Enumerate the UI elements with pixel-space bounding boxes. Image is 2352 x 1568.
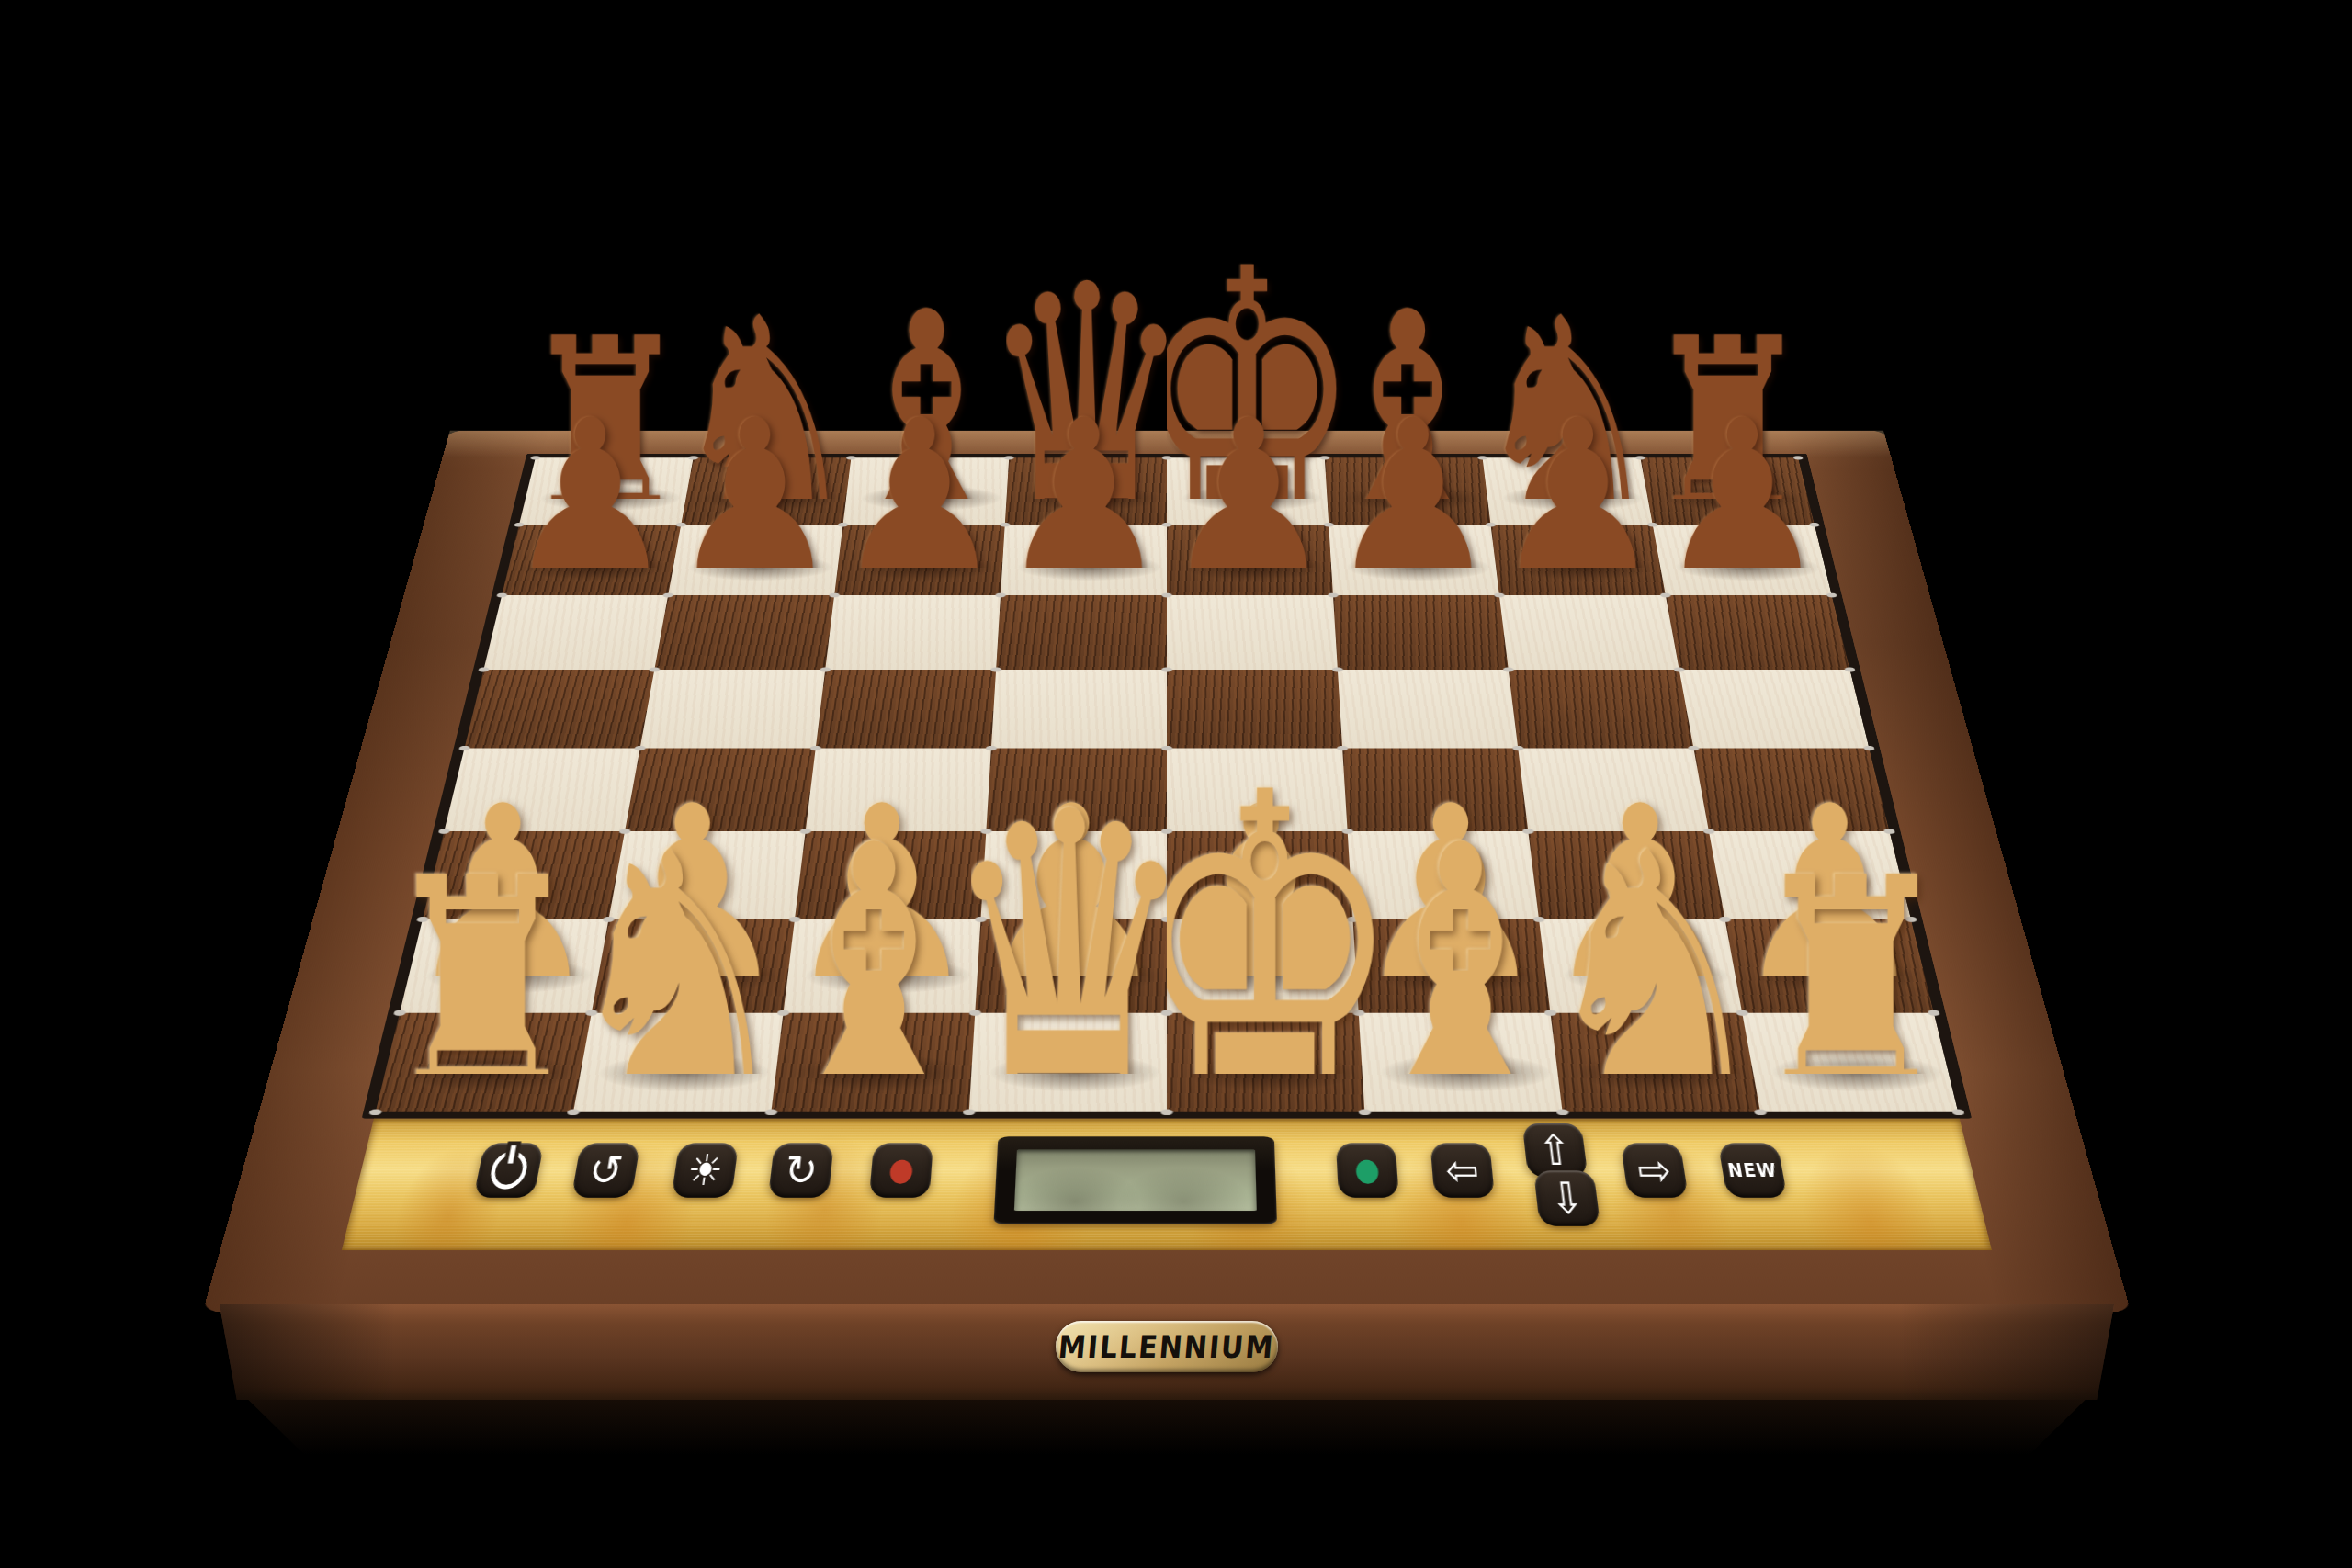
piece-white-knight-b1[interactable]: ♞ — [581, 513, 776, 1074]
white-rook-icon: ♜ — [378, 840, 588, 1140]
floor-shadow — [230, 1400, 2104, 1455]
piece-white-rook-h1[interactable]: ♜ — [1753, 513, 1949, 1074]
chess-computer: ↺☀↻●●⇦⇧⇩⇨NEW ♜♞♝♛♚♝♞♜♟♟♟♟♟♟♟♟♟♟♟♟♟♟♟♟♜♞♝… — [203, 431, 2131, 1313]
white-rook-icon: ♜ — [1746, 840, 1956, 1140]
brand-logo-text: MILLENNIUM — [1057, 1328, 1277, 1364]
brand-plate: MILLENNIUM — [1056, 1321, 1278, 1372]
piece-white-rook-a1[interactable]: ♜ — [385, 513, 581, 1074]
piece-white-king-e1[interactable]: ♚ — [1167, 513, 1363, 1074]
white-knight-icon: ♞ — [1536, 808, 1774, 1149]
pieces: ♜♞♝♛♚♝♞♜♟♟♟♟♟♟♟♟♟♟♟♟♟♟♟♟♜♞♝♛♚♝♞♜ — [203, 431, 2131, 1313]
piece-white-knight-g1[interactable]: ♞ — [1558, 513, 1754, 1074]
front-panel: MILLENNIUM — [202, 1304, 2131, 1400]
piece-white-bishop-f1[interactable]: ♝ — [1363, 513, 1558, 1074]
photo-stage: ↺☀↻●●⇦⇧⇩⇨NEW ♜♞♝♛♚♝♞♜♟♟♟♟♟♟♟♟♟♟♟♟♟♟♟♟♜♞♝… — [0, 0, 2352, 1568]
